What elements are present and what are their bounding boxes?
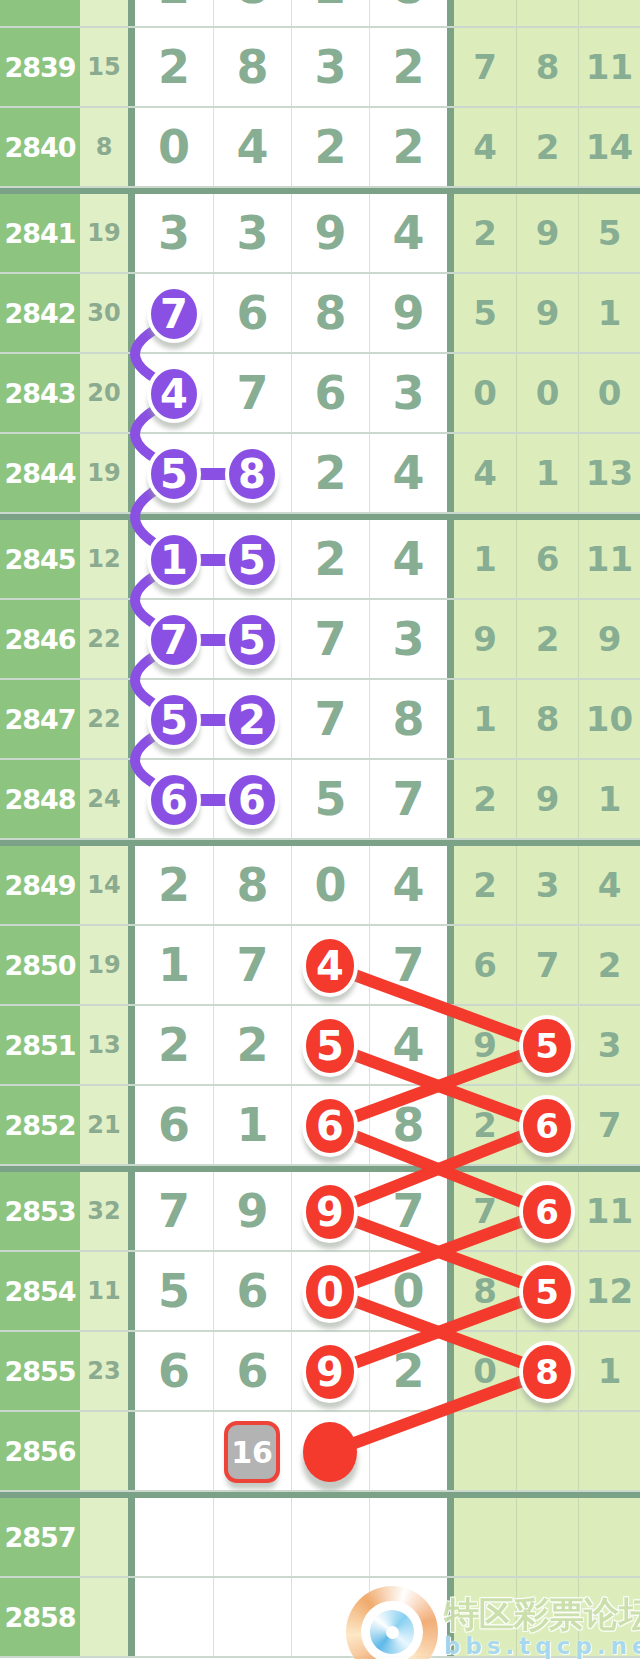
digit-cell: 7 <box>291 600 369 678</box>
digit-cell: 2 <box>135 28 213 106</box>
digit-cell: 6 <box>213 1332 291 1410</box>
thick-vertical-border <box>447 680 454 758</box>
digit-cell: 8 <box>369 1086 447 1164</box>
bonus-cell: 9 <box>516 194 578 272</box>
period-cell: 2844 <box>0 434 80 512</box>
bonus-cell <box>578 1498 640 1576</box>
digit-cell: 0 <box>291 846 369 924</box>
bonus-cell: 8 <box>516 680 578 758</box>
period-cell: 2841 <box>0 194 80 272</box>
row-2840: 2840804224214 <box>0 108 640 188</box>
thick-vertical-border <box>447 28 454 106</box>
bonus-cell: 0 <box>578 354 640 432</box>
row-2843: 2843204763000 <box>0 354 640 434</box>
thick-vertical-border <box>447 1252 454 1330</box>
digit-cell: 2 <box>369 108 447 186</box>
bonus-cell: 1 <box>454 520 516 598</box>
row-2857: 2857 <box>0 1498 640 1578</box>
digit-cell: 8 <box>213 28 291 106</box>
bonus-cell <box>516 1498 578 1576</box>
digit-cell: 5 <box>135 1252 213 1330</box>
bonus-cell: 8 <box>516 28 578 106</box>
period-cell: 2855 <box>0 1332 80 1410</box>
digit-cell: 6 <box>213 274 291 352</box>
digit-cell: 6 <box>135 1086 213 1164</box>
lottery-trend-chart: 2828283915283278112840804224214284119339… <box>0 0 640 1659</box>
digit-cell: 9 <box>369 274 447 352</box>
digit-cell: 2 <box>291 434 369 512</box>
bonus-cell: 7 <box>454 1172 516 1250</box>
thick-vertical-border <box>128 520 135 598</box>
bonus-cell: 1 <box>578 1332 640 1410</box>
bonus-cell <box>454 0 516 26</box>
row-2855: 2855236692081 <box>0 1332 640 1412</box>
bonus-cell: 6 <box>516 1086 578 1164</box>
bonus-cell: 9 <box>578 600 640 678</box>
period-cell: 2849 <box>0 846 80 924</box>
thick-vertical-border <box>128 194 135 272</box>
digit-cell: 8 <box>213 434 291 512</box>
period-cell: 2853 <box>0 1172 80 1250</box>
digit-cell: 4 <box>135 354 213 432</box>
digit-cell: 6 <box>135 1332 213 1410</box>
digit-cell: 8 <box>369 0 447 26</box>
count-cell <box>80 1498 128 1576</box>
thick-vertical-border <box>128 1172 135 1250</box>
bonus-cell: 11 <box>578 1172 640 1250</box>
period-cell: 2840 <box>0 108 80 186</box>
digit-cell: 2 <box>213 1006 291 1084</box>
count-cell <box>80 1412 128 1490</box>
digit-cell: 9 <box>291 194 369 272</box>
period-cell: 2857 <box>0 1498 80 1576</box>
digit-cell: 9 <box>213 1172 291 1250</box>
bonus-cell: 11 <box>578 520 640 598</box>
digit-cell: 7 <box>213 354 291 432</box>
count-cell: 15 <box>80 28 128 106</box>
thick-vertical-border <box>128 0 135 26</box>
bonus-cell: 4 <box>454 434 516 512</box>
bonus-cell: 3 <box>516 846 578 924</box>
bonus-cell: 2 <box>454 846 516 924</box>
period-cell: 2856 <box>0 1412 80 1490</box>
count-cell: 19 <box>80 194 128 272</box>
period-cell: 2842 <box>0 274 80 352</box>
thick-vertical-border <box>128 926 135 1004</box>
digit-cell: 3 <box>135 194 213 272</box>
digit-cell: 5 <box>291 760 369 838</box>
bonus-cell <box>578 1578 640 1656</box>
row-2850: 2850191747672 <box>0 926 640 1006</box>
digit-cell: 5 <box>213 520 291 598</box>
bonus-cell: 9 <box>516 274 578 352</box>
bonus-cell: 7 <box>454 28 516 106</box>
bonus-cell: 4 <box>578 846 640 924</box>
period-cell: 2858 <box>0 1578 80 1656</box>
row-2848: 2848246657291 <box>0 760 640 840</box>
digit-cell <box>369 1578 447 1656</box>
bonus-cell <box>454 1498 516 1576</box>
digit-cell: 2 <box>135 846 213 924</box>
row-2846: 2846227573929 <box>0 600 640 680</box>
digit-cell: 7 <box>369 760 447 838</box>
thick-vertical-border <box>128 108 135 186</box>
row-2845: 28451215241611 <box>0 520 640 600</box>
bonus-cell: 0 <box>454 354 516 432</box>
count-cell: 20 <box>80 354 128 432</box>
count-cell: 11 <box>80 1252 128 1330</box>
digit-cell: 4 <box>369 1006 447 1084</box>
count-cell: 23 <box>80 1332 128 1410</box>
thick-vertical-border <box>128 1252 135 1330</box>
row-2847: 28472252781810 <box>0 680 640 760</box>
bonus-cell: 1 <box>516 434 578 512</box>
count-cell: 19 <box>80 434 128 512</box>
digit-cell: 8 <box>291 274 369 352</box>
period-cell: 2848 <box>0 760 80 838</box>
bonus-cell <box>516 0 578 26</box>
digit-cell: 7 <box>213 926 291 1004</box>
count-cell: 12 <box>80 520 128 598</box>
row-2844: 28441958244113 <box>0 434 640 514</box>
count-cell <box>80 0 128 26</box>
digit-cell: 5 <box>291 1006 369 1084</box>
chart-grid: 2828283915283278112840804224214284119339… <box>0 0 640 1658</box>
count-cell: 8 <box>80 108 128 186</box>
count-cell: 13 <box>80 1006 128 1084</box>
thick-vertical-border <box>447 434 454 512</box>
digit-cell: 1 <box>135 520 213 598</box>
bonus-cell: 6 <box>516 1172 578 1250</box>
bonus-cell: 1 <box>578 274 640 352</box>
digit-cell: 9 <box>291 1172 369 1250</box>
digit-cell: 3 <box>213 194 291 272</box>
thick-vertical-border <box>128 1086 135 1164</box>
thick-vertical-border <box>128 760 135 838</box>
row-2856: 2856 <box>0 1412 640 1492</box>
bonus-cell: 2 <box>516 108 578 186</box>
bonus-cell: 9 <box>454 600 516 678</box>
bonus-cell: 7 <box>516 926 578 1004</box>
digit-cell: 4 <box>369 194 447 272</box>
thick-vertical-border <box>447 1006 454 1084</box>
digit-cell: 8 <box>213 846 291 924</box>
digit-cell: 2 <box>291 0 369 26</box>
period-cell: 2847 <box>0 680 80 758</box>
digit-cell <box>213 1578 291 1656</box>
count-cell: 21 <box>80 1086 128 1164</box>
count-cell: 19 <box>80 926 128 1004</box>
digit-cell: 2 <box>135 1006 213 1084</box>
digit-cell: 5 <box>135 680 213 758</box>
digit-cell: 7 <box>291 680 369 758</box>
period-cell: 2850 <box>0 926 80 1004</box>
count-cell: 22 <box>80 680 128 758</box>
thick-vertical-border <box>128 1412 135 1490</box>
count-cell: 24 <box>80 760 128 838</box>
thick-vertical-border <box>128 1332 135 1410</box>
digit-cell: 1 <box>135 926 213 1004</box>
bonus-cell: 2 <box>516 600 578 678</box>
bonus-cell: 8 <box>454 1252 516 1330</box>
bonus-cell: 12 <box>578 1252 640 1330</box>
digit-cell: 2 <box>213 680 291 758</box>
digit-cell: 0 <box>135 108 213 186</box>
bonus-cell: 4 <box>454 108 516 186</box>
period-cell: 2845 <box>0 520 80 598</box>
digit-cell <box>213 1498 291 1576</box>
digit-cell: 3 <box>291 28 369 106</box>
thick-vertical-border <box>447 0 454 26</box>
bonus-cell: 1 <box>454 680 516 758</box>
digit-cell: 0 <box>291 1252 369 1330</box>
bonus-cell: 5 <box>516 1252 578 1330</box>
digit-cell <box>291 1498 369 1576</box>
digit-cell: 7 <box>369 1172 447 1250</box>
bonus-cell: 9 <box>516 760 578 838</box>
count-cell: 30 <box>80 274 128 352</box>
thick-vertical-border <box>447 194 454 272</box>
bonus-cell: 7 <box>578 1086 640 1164</box>
digit-cell: 7 <box>135 274 213 352</box>
digit-cell: 6 <box>213 1252 291 1330</box>
digit-cell <box>135 1498 213 1576</box>
count-cell: 14 <box>80 846 128 924</box>
digit-cell: 2 <box>135 0 213 26</box>
thick-vertical-border <box>447 354 454 432</box>
thick-vertical-border <box>128 274 135 352</box>
count-cell: 32 <box>80 1172 128 1250</box>
digit-cell: 6 <box>213 760 291 838</box>
bonus-cell: 1 <box>578 760 640 838</box>
digit-cell: 3 <box>369 600 447 678</box>
thick-vertical-border <box>128 600 135 678</box>
thick-vertical-border <box>447 846 454 924</box>
bonus-cell: 0 <box>516 354 578 432</box>
digit-cell: 7 <box>135 600 213 678</box>
digit-cell: 4 <box>369 520 447 598</box>
bonus-cell <box>454 1412 516 1490</box>
digit-cell: 8 <box>369 680 447 758</box>
thick-vertical-border <box>447 108 454 186</box>
bonus-cell: 13 <box>578 434 640 512</box>
bonus-cell: 2 <box>454 1086 516 1164</box>
row-2852: 2852216168267 <box>0 1086 640 1166</box>
bonus-cell: 5 <box>516 1006 578 1084</box>
period-cell: 2839 <box>0 28 80 106</box>
row-2841: 2841193394295 <box>0 194 640 274</box>
digit-cell: 7 <box>135 1172 213 1250</box>
bonus-cell <box>578 1412 640 1490</box>
digit-cell <box>135 1578 213 1656</box>
digit-cell: 7 <box>369 926 447 1004</box>
bonus-cell: 11 <box>578 28 640 106</box>
bonus-cell: 2 <box>454 194 516 272</box>
digit-cell <box>213 1412 291 1490</box>
period-cell: 2843 <box>0 354 80 432</box>
bonus-cell: 3 <box>578 1006 640 1084</box>
bonus-cell <box>454 1578 516 1656</box>
digit-cell <box>291 1578 369 1656</box>
count-cell <box>80 1578 128 1656</box>
period-cell: 2854 <box>0 1252 80 1330</box>
period-cell: 2846 <box>0 600 80 678</box>
digit-cell: 2 <box>369 28 447 106</box>
row-2851: 2851132254953 <box>0 1006 640 1086</box>
thick-vertical-border <box>447 1086 454 1164</box>
row-2853: 28533279977611 <box>0 1172 640 1252</box>
thick-vertical-border <box>128 680 135 758</box>
bonus-cell: 8 <box>516 1332 578 1410</box>
digit-cell: 2 <box>291 108 369 186</box>
thick-vertical-border <box>447 520 454 598</box>
digit-cell <box>369 1412 447 1490</box>
bonus-cell: 5 <box>578 194 640 272</box>
thick-vertical-border <box>447 1498 454 1576</box>
bonus-cell <box>516 1412 578 1490</box>
digit-cell: 5 <box>213 600 291 678</box>
digit-cell: 6 <box>135 760 213 838</box>
period-cell: 2851 <box>0 1006 80 1084</box>
row-2858: 2858 <box>0 1578 640 1658</box>
row-2854: 28541156008512 <box>0 1252 640 1332</box>
bonus-cell <box>516 1578 578 1656</box>
period-cell: 2852 <box>0 1086 80 1164</box>
thick-vertical-border <box>447 1172 454 1250</box>
bonus-cell: 2 <box>578 926 640 1004</box>
digit-cell: 4 <box>369 846 447 924</box>
count-cell: 22 <box>80 600 128 678</box>
bonus-cell: 6 <box>454 926 516 1004</box>
row-2849: 2849142804234 <box>0 846 640 926</box>
thick-vertical-border <box>128 1498 135 1576</box>
digit-cell: 4 <box>291 926 369 1004</box>
thick-vertical-border <box>128 354 135 432</box>
bonus-cell <box>578 0 640 26</box>
digit-cell: 2 <box>369 1332 447 1410</box>
digit-cell: 1 <box>213 1086 291 1164</box>
digit-cell <box>369 1498 447 1576</box>
bonus-cell: 0 <box>454 1332 516 1410</box>
thick-vertical-border <box>128 1006 135 1084</box>
thick-vertical-border <box>447 926 454 1004</box>
bonus-cell: 14 <box>578 108 640 186</box>
digit-cell: 6 <box>291 354 369 432</box>
bonus-cell: 5 <box>454 274 516 352</box>
thick-vertical-border <box>128 1578 135 1656</box>
bonus-cell: 2 <box>454 760 516 838</box>
digit-cell: 8 <box>213 0 291 26</box>
thick-vertical-border <box>447 274 454 352</box>
thick-vertical-border <box>447 1578 454 1656</box>
thick-vertical-border <box>447 1412 454 1490</box>
digit-cell: 4 <box>369 434 447 512</box>
thick-vertical-border <box>128 28 135 106</box>
row-2839: 28391528327811 <box>0 28 640 108</box>
digit-cell <box>291 1412 369 1490</box>
digit-cell: 5 <box>135 434 213 512</box>
digit-cell <box>135 1412 213 1490</box>
digit-cell: 0 <box>369 1252 447 1330</box>
thick-vertical-border <box>128 434 135 512</box>
row-2842: 2842307689591 <box>0 274 640 354</box>
thick-vertical-border <box>447 1332 454 1410</box>
bonus-cell: 9 <box>454 1006 516 1084</box>
bonus-cell: 10 <box>578 680 640 758</box>
digit-cell: 6 <box>291 1086 369 1164</box>
period-cell <box>0 0 80 26</box>
digit-cell: 4 <box>213 108 291 186</box>
digit-cell: 9 <box>291 1332 369 1410</box>
digit-cell: 3 <box>369 354 447 432</box>
digit-cell: 2 <box>291 520 369 598</box>
row-partial-top: 2828 <box>0 0 640 28</box>
thick-vertical-border <box>128 846 135 924</box>
thick-vertical-border <box>447 760 454 838</box>
bonus-cell: 6 <box>516 520 578 598</box>
thick-vertical-border <box>447 600 454 678</box>
